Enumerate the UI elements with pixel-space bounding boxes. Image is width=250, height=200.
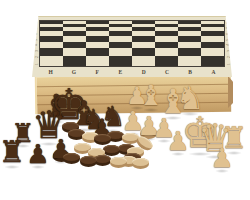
rank-numbers-right: 87654321: [225, 20, 231, 67]
chess-piece-dark-rook: ♜: [0, 137, 27, 167]
rank-label: 2: [33, 54, 39, 60]
board-square: [40, 56, 63, 66]
piece-shadow: [205, 155, 226, 159]
checker-disc-top: [110, 157, 127, 165]
piece-shadow: [171, 152, 185, 156]
chess-piece-light-king: ♚: [179, 112, 221, 154]
file-label: F: [86, 67, 109, 77]
board-square: [63, 48, 86, 56]
box-groove: [37, 84, 231, 87]
board-squares-grid: [39, 20, 225, 67]
rank-label: 2: [225, 54, 231, 60]
chess-piece-dark-rook: ♜: [10, 120, 36, 146]
file-label: B: [179, 67, 202, 77]
board-square: [40, 42, 63, 49]
board-square: [201, 42, 224, 49]
piece-shadow: [39, 142, 60, 146]
checker-disc-dark: [94, 134, 111, 145]
file-label: A: [202, 67, 225, 77]
rank-label: 1: [225, 61, 231, 67]
board-square: [86, 42, 109, 49]
checker-disc-dark: [80, 156, 97, 167]
board-square: [40, 48, 63, 56]
board-square: [201, 48, 224, 56]
piece-shadow: [164, 116, 183, 120]
board-square: [132, 56, 155, 66]
board-square: [201, 56, 224, 66]
checker-disc-light: [132, 158, 149, 169]
piece-shadow: [226, 151, 243, 155]
checker-disc-top: [94, 134, 111, 142]
checker-disc-top: [132, 158, 149, 166]
file-letters-strip: HGFEDCBA: [39, 67, 225, 77]
board-square: [109, 42, 132, 49]
board-square: [178, 42, 201, 49]
checker-disc-top: [63, 153, 80, 161]
checker-disc-light: [110, 157, 127, 168]
checker-disc-top: [103, 145, 120, 153]
board-square: [155, 56, 178, 66]
file-label: C: [155, 67, 178, 77]
board-row: [40, 42, 224, 49]
board-square: [109, 48, 132, 56]
file-label: D: [132, 67, 155, 77]
checker-disc-top: [80, 156, 97, 164]
box-right-side-face: [228, 76, 233, 108]
piece-shadow: [215, 169, 229, 173]
board-square: [178, 56, 201, 66]
board-square: [155, 48, 178, 56]
file-label: E: [109, 67, 132, 77]
piece-shadow: [143, 108, 158, 112]
board-square: [86, 48, 109, 56]
board-square: [86, 56, 109, 66]
rank-numbers-left: 87654321: [33, 20, 39, 67]
piece-shadow: [4, 165, 21, 169]
piece-shadow: [16, 144, 30, 148]
chess-piece-light-rook: ♜: [219, 123, 249, 153]
board-square: [132, 48, 155, 56]
chess-set-product-photo: HGFEDCBA 87654321 87654321 ♜♜♟♟♛♝♚♝♞♟♞♟♝…: [0, 0, 250, 200]
piece-shadow: [31, 165, 45, 169]
board-square: [63, 42, 86, 49]
file-label: H: [39, 67, 62, 77]
piece-shadow: [181, 112, 199, 116]
file-label: G: [62, 67, 85, 77]
board-row: [40, 48, 224, 56]
checker-disc-dark: [63, 153, 80, 164]
rank-label: 1: [33, 61, 39, 67]
board-square: [63, 56, 86, 66]
piece-shadow: [157, 139, 171, 143]
board-row: [40, 56, 224, 66]
chess-board: HGFEDCBA 87654321 87654321: [32, 16, 232, 77]
checker-disc-top: [140, 128, 157, 136]
board-square: [178, 48, 201, 56]
box-groove: [37, 102, 231, 105]
board-square: [155, 42, 178, 49]
board-square: [109, 56, 132, 66]
board-square: [132, 42, 155, 49]
box-groove: [37, 93, 231, 96]
piece-shadow: [130, 106, 143, 110]
